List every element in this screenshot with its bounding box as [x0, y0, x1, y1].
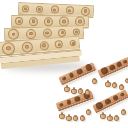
loose-cylinder-body: [85, 90, 90, 95]
loose-knobbed-cylinder: [85, 89, 90, 95]
knobbed-cylinder-top: [70, 40, 76, 46]
cylinder-knob: [53, 8, 56, 11]
cylinder-knob: [24, 7, 27, 10]
cylinder-knob: [17, 20, 20, 23]
cylinder-knob: [57, 43, 60, 46]
knobbed-cylinder-top: [44, 17, 53, 26]
loose-knobbed-cylinder: [92, 78, 97, 84]
loose-knobbed-cylinder: [71, 87, 77, 94]
loose-cylinder-body: [125, 79, 128, 83]
knobbed-cylinder-top: [8, 28, 19, 39]
loose-cylinder-body: [86, 110, 91, 115]
loose-cylinder-body: [59, 114, 65, 120]
loose-cylinder-body: [105, 82, 111, 88]
knobbed-cylinder-top: [29, 17, 38, 26]
cylinder-knob: [25, 45, 29, 49]
cylinder-hole: [66, 99, 72, 105]
cylinder-knob: [29, 32, 33, 36]
loose-knobbed-cylinder: [105, 80, 111, 87]
loose-knobbed-cylinder: [121, 109, 126, 115]
loose-cylinder-body: [78, 89, 83, 94]
loose-cylinder-body: [114, 116, 119, 121]
cylinder-knob: [42, 44, 45, 47]
cylinder-knob: [45, 31, 48, 34]
cylinder-knob: [11, 32, 15, 36]
loose-cylinder-body: [119, 85, 124, 90]
loose-knobbed-cylinder: [66, 114, 72, 121]
loose-cylinder-body: [121, 110, 126, 115]
cylinder-knob: [75, 30, 78, 33]
loose-cylinder-body: [80, 116, 85, 121]
loose-cylinder-body: [64, 87, 70, 93]
cylinder-hole: [76, 68, 83, 75]
knobbed-cylinder-top: [73, 28, 80, 35]
knobbed-cylinder-top: [66, 6, 74, 14]
loose-knobbed-cylinder: [114, 115, 119, 121]
knobbed-cylinder-top: [15, 17, 23, 25]
loose-knobbed-cylinder: [80, 115, 85, 121]
cylinder-hole: [62, 76, 67, 81]
knobbed-cylinder-top: [42, 28, 51, 37]
knobbed-cylinder-top: [1, 41, 15, 55]
loose-cylinder-body: [107, 116, 113, 122]
loose-cylinder-body: [112, 83, 117, 88]
knobbed-cylinder-top: [55, 40, 64, 49]
cylinder-knob: [38, 7, 41, 10]
cylinder-hole: [74, 96, 81, 103]
cylinder-hole: [123, 59, 128, 64]
cylinder-knob: [47, 20, 50, 23]
knobbed-cylinder-top: [36, 5, 43, 12]
knobbed-cylinder-top: [50, 5, 58, 13]
knobbed-cylinder-top: [39, 41, 49, 51]
cylinder-hole: [95, 102, 104, 111]
knobbed-cylinder-top: [22, 5, 29, 12]
cylinder-hole: [113, 95, 119, 101]
loose-knobbed-cylinder: [64, 85, 70, 92]
loose-knobbed-cylinder: [112, 82, 117, 88]
cylinder-hole: [116, 61, 122, 67]
knobbed-cylinder-top: [21, 41, 33, 53]
loose-cylinder-body: [100, 114, 106, 120]
cylinder-knob: [71, 42, 74, 45]
cylinder-knob: [78, 20, 82, 24]
knobbed-cylinder-top: [81, 6, 90, 15]
loose-knobbed-cylinder: [119, 84, 124, 90]
cylinder-hole: [100, 67, 109, 76]
cylinder-knob: [84, 9, 87, 12]
cylinder-hole: [104, 98, 111, 105]
cylinder-hole: [68, 72, 74, 78]
loose-knobbed-cylinder: [78, 88, 83, 94]
cylinder-hole: [59, 103, 63, 107]
loose-knobbed-cylinder: [86, 109, 91, 115]
loose-cylinder-body: [66, 116, 72, 122]
cylinder-knob: [6, 46, 11, 51]
loose-knobbed-cylinder: [73, 115, 78, 121]
loose-knobbed-cylinder: [59, 112, 65, 119]
knobbed-cylinder-top: [58, 28, 66, 36]
knobbed-cylinder-top: [26, 28, 36, 38]
loose-cylinder-body: [71, 89, 77, 95]
loose-cylinder-body: [92, 79, 97, 84]
loose-knobbed-cylinder: [107, 114, 113, 121]
cylinder-knob: [62, 20, 66, 24]
cylinder-hole: [120, 92, 125, 97]
loose-knobbed-cylinder: [100, 112, 106, 119]
loose-knobbed-cylinder: [125, 78, 128, 83]
cylinder-knob: [68, 9, 71, 12]
loose-cylinder-body: [73, 116, 78, 121]
cylinder-hole: [109, 64, 116, 71]
cylinder-knob: [32, 20, 35, 23]
cylinder-hole: [84, 63, 93, 72]
cylinder-knob: [61, 31, 64, 34]
mini-cylinder-block: [97, 57, 128, 79]
photo-canvas: [0, 0, 128, 128]
large-cylinder-block-set: [0, 2, 94, 69]
